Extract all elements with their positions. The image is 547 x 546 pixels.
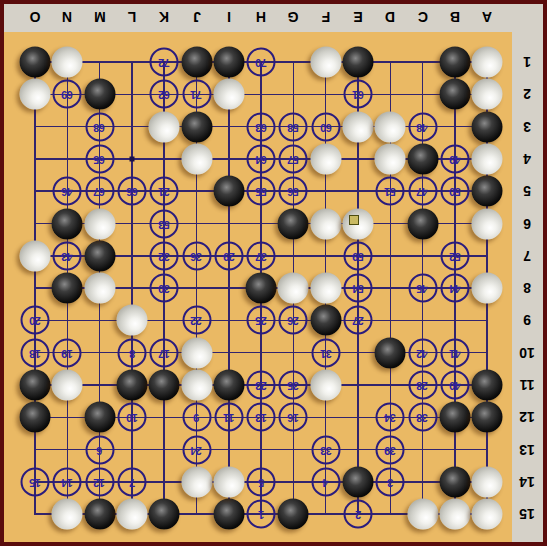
row-label-1: 1 xyxy=(523,54,531,70)
col-label-M: M xyxy=(94,9,106,25)
move-number: 11 xyxy=(223,412,234,423)
move-number: 15 xyxy=(29,476,40,487)
move-number: 22 xyxy=(191,315,202,326)
move-number: 43 xyxy=(62,250,73,261)
move-marker-63[interactable]: 63 xyxy=(247,112,276,141)
move-marker-36[interactable]: 36 xyxy=(182,241,211,270)
move-number: 23 xyxy=(255,380,266,391)
row-label-12: 12 xyxy=(519,409,535,425)
move-number: 66 xyxy=(126,186,137,197)
stone-black-G6[interactable] xyxy=(278,208,309,239)
move-number: 56 xyxy=(288,186,299,197)
stone-white-J11[interactable] xyxy=(181,370,212,401)
move-marker-37[interactable]: 37 xyxy=(247,241,276,270)
stone-white-F11[interactable] xyxy=(310,370,341,401)
move-marker-67[interactable]: 67 xyxy=(85,177,114,206)
move-number: 46 xyxy=(62,186,73,197)
move-marker-38[interactable]: 38 xyxy=(408,403,437,432)
move-number: 61 xyxy=(352,89,363,100)
stone-white-B15[interactable] xyxy=(439,499,470,530)
move-marker-47[interactable]: 47 xyxy=(408,177,437,206)
move-number: 4 xyxy=(323,476,329,487)
move-marker-5[interactable]: 5 xyxy=(247,467,276,496)
stone-black-B12[interactable] xyxy=(439,402,470,433)
move-marker-56[interactable]: 56 xyxy=(279,177,308,206)
move-marker-22[interactable]: 22 xyxy=(182,306,211,335)
move-number: 27 xyxy=(352,315,363,326)
move-marker-60[interactable]: 60 xyxy=(311,112,340,141)
move-marker-19[interactable]: 19 xyxy=(53,338,82,367)
move-number: 20 xyxy=(29,315,40,326)
stone-black-E1[interactable] xyxy=(343,47,374,78)
move-marker-33[interactable]: 33 xyxy=(311,435,340,464)
stone-black-B14[interactable] xyxy=(439,466,470,497)
move-marker-32[interactable]: 32 xyxy=(150,241,179,270)
move-marker-10[interactable]: 10 xyxy=(117,403,146,432)
stone-white-N15[interactable] xyxy=(52,499,83,530)
col-label-F: F xyxy=(321,9,330,25)
stone-white-O7[interactable] xyxy=(20,240,51,271)
move-number: 28 xyxy=(417,380,428,391)
move-number: 21 xyxy=(159,186,170,197)
stone-black-G15[interactable] xyxy=(278,499,309,530)
stone-black-J1[interactable] xyxy=(181,47,212,78)
stone-white-F6[interactable] xyxy=(310,208,341,239)
stone-black-B1[interactable] xyxy=(439,47,470,78)
stone-white-N11[interactable] xyxy=(52,370,83,401)
row-label-3: 3 xyxy=(523,119,531,135)
col-label-G: G xyxy=(288,9,299,25)
stone-white-F4[interactable] xyxy=(310,143,341,174)
col-label-L: L xyxy=(128,9,137,25)
move-number: 34 xyxy=(385,412,396,423)
stone-white-A14[interactable] xyxy=(472,466,503,497)
stone-white-G8[interactable] xyxy=(278,273,309,304)
row-label-5: 5 xyxy=(523,183,531,199)
move-number: 53 xyxy=(159,218,170,229)
stone-black-I1[interactable] xyxy=(213,47,244,78)
move-marker-51[interactable]: 51 xyxy=(376,177,405,206)
move-marker-16[interactable]: 16 xyxy=(279,403,308,432)
stone-black-C6[interactable] xyxy=(407,208,438,239)
move-number: 8 xyxy=(129,347,135,358)
stone-white-I14[interactable] xyxy=(213,466,244,497)
move-number: 17 xyxy=(159,347,170,358)
stone-black-A3[interactable] xyxy=(472,111,503,142)
stone-white-A2[interactable] xyxy=(472,79,503,110)
stone-white-A4[interactable] xyxy=(472,143,503,174)
move-number: 25 xyxy=(255,315,266,326)
move-marker-54[interactable]: 54 xyxy=(344,274,373,303)
move-number: 30 xyxy=(159,283,170,294)
move-marker-8[interactable]: 8 xyxy=(117,338,146,367)
stone-black-N8[interactable] xyxy=(52,273,83,304)
game-board[interactable]: 1234567891011121314151617181920212223242… xyxy=(4,32,512,542)
move-number: 26 xyxy=(288,315,299,326)
move-number: 39 xyxy=(385,444,396,455)
stone-white-L15[interactable] xyxy=(116,499,147,530)
move-marker-35[interactable]: 35 xyxy=(279,371,308,400)
move-number: 45 xyxy=(417,283,428,294)
move-marker-20[interactable]: 20 xyxy=(21,306,50,335)
move-number: 55 xyxy=(255,186,266,197)
move-marker-14[interactable]: 14 xyxy=(53,467,82,496)
move-number: 65 xyxy=(94,153,105,164)
row-label-6: 6 xyxy=(523,216,531,232)
move-marker-29[interactable]: 29 xyxy=(214,241,243,270)
stone-black-O12[interactable] xyxy=(20,402,51,433)
move-number: 68 xyxy=(94,121,105,132)
move-number: 31 xyxy=(320,347,331,358)
stone-black-L11[interactable] xyxy=(116,370,147,401)
stone-white-I2[interactable] xyxy=(213,79,244,110)
stone-white-J4[interactable] xyxy=(181,143,212,174)
move-number: 42 xyxy=(417,347,428,358)
stone-white-C15[interactable] xyxy=(407,499,438,530)
move-number: 59 xyxy=(352,250,363,261)
stone-white-F1[interactable] xyxy=(310,47,341,78)
move-marker-44[interactable]: 44 xyxy=(440,274,469,303)
move-number: 67 xyxy=(94,186,105,197)
move-number: 41 xyxy=(449,347,460,358)
move-number: 10 xyxy=(126,412,137,423)
move-number: 33 xyxy=(320,444,331,455)
move-number: 32 xyxy=(159,250,170,261)
move-marker-50[interactable]: 50 xyxy=(440,177,469,206)
stone-black-M2[interactable] xyxy=(84,79,115,110)
game-window: 1234567891011121314151617181920212223242… xyxy=(0,0,547,546)
move-marker-46[interactable]: 46 xyxy=(53,177,82,206)
move-marker-7[interactable]: 7 xyxy=(117,467,146,496)
stone-black-H8[interactable] xyxy=(246,273,277,304)
move-number: 16 xyxy=(288,412,299,423)
move-number: 51 xyxy=(385,186,396,197)
move-marker-52[interactable]: 52 xyxy=(440,241,469,270)
move-marker-64[interactable]: 64 xyxy=(247,144,276,173)
move-marker-65[interactable]: 65 xyxy=(85,144,114,173)
move-marker-23[interactable]: 23 xyxy=(247,371,276,400)
move-marker-2[interactable]: 2 xyxy=(344,500,373,529)
move-marker-18[interactable]: 18 xyxy=(21,338,50,367)
move-marker-49[interactable]: 49 xyxy=(440,144,469,173)
stone-white-A6[interactable] xyxy=(472,208,503,239)
stone-black-N6[interactable] xyxy=(52,208,83,239)
move-marker-66[interactable]: 66 xyxy=(117,177,146,206)
stone-white-M6[interactable] xyxy=(84,208,115,239)
stone-black-K11[interactable] xyxy=(149,370,180,401)
move-marker-48[interactable]: 48 xyxy=(408,112,437,141)
move-marker-24[interactable]: 24 xyxy=(182,435,211,464)
move-marker-12[interactable]: 12 xyxy=(85,467,114,496)
stone-white-A1[interactable] xyxy=(472,47,503,78)
stone-black-O1[interactable] xyxy=(20,47,51,78)
move-marker-27[interactable]: 27 xyxy=(344,306,373,335)
move-number: 49 xyxy=(449,153,460,164)
row-label-2: 2 xyxy=(523,86,531,102)
move-marker-40[interactable]: 40 xyxy=(440,371,469,400)
move-number: 54 xyxy=(352,283,363,294)
label-strip-background: 1234567891011121314151617181920212223242… xyxy=(4,4,543,542)
move-number: 38 xyxy=(417,412,428,423)
row-label-11: 11 xyxy=(520,377,535,393)
move-marker-21[interactable]: 21 xyxy=(150,177,179,206)
stone-white-F8[interactable] xyxy=(310,273,341,304)
move-marker-25[interactable]: 25 xyxy=(247,306,276,335)
stone-black-A5[interactable] xyxy=(472,176,503,207)
move-number: 62 xyxy=(159,89,170,100)
star-point xyxy=(129,156,134,161)
stone-black-E14[interactable] xyxy=(343,466,374,497)
stone-white-A8[interactable] xyxy=(472,273,503,304)
stone-black-K15[interactable] xyxy=(149,499,180,530)
stone-black-A12[interactable] xyxy=(472,402,503,433)
move-marker-15[interactable]: 15 xyxy=(21,467,50,496)
move-number: 1 xyxy=(258,509,264,520)
move-marker-42[interactable]: 42 xyxy=(408,338,437,367)
stone-white-L9[interactable] xyxy=(116,305,147,336)
col-label-C: C xyxy=(418,9,428,25)
row-label-7: 7 xyxy=(523,248,531,264)
move-marker-61[interactable]: 61 xyxy=(344,80,373,109)
move-marker-43[interactable]: 43 xyxy=(53,241,82,270)
stone-black-A11[interactable] xyxy=(472,370,503,401)
move-number: 29 xyxy=(223,250,234,261)
move-number: 58 xyxy=(288,121,299,132)
move-marker-9[interactable]: 9 xyxy=(182,403,211,432)
stone-black-M7[interactable] xyxy=(84,240,115,271)
move-number: 71 xyxy=(191,89,202,100)
move-number: 64 xyxy=(255,153,266,164)
move-number: 24 xyxy=(191,444,202,455)
move-number: 5 xyxy=(258,476,264,487)
move-number: 47 xyxy=(417,186,428,197)
col-label-O: O xyxy=(30,9,41,25)
stone-black-D10[interactable] xyxy=(375,337,406,368)
stone-white-J10[interactable] xyxy=(181,337,212,368)
move-marker-57[interactable]: 57 xyxy=(279,144,308,173)
move-marker-68[interactable]: 68 xyxy=(85,112,114,141)
move-marker-55[interactable]: 55 xyxy=(247,177,276,206)
move-number: 13 xyxy=(255,412,266,423)
move-marker-62[interactable]: 62 xyxy=(150,80,179,109)
col-label-K: K xyxy=(159,9,169,25)
stone-black-I5[interactable] xyxy=(213,176,244,207)
move-number: 7 xyxy=(129,476,135,487)
move-number: 60 xyxy=(320,121,331,132)
stone-black-M12[interactable] xyxy=(84,402,115,433)
move-marker-70[interactable]: 70 xyxy=(247,48,276,77)
stone-black-J3[interactable] xyxy=(181,111,212,142)
move-number: 12 xyxy=(94,476,105,487)
move-marker-28[interactable]: 28 xyxy=(408,371,437,400)
stone-black-F9[interactable] xyxy=(310,305,341,336)
move-number: 72 xyxy=(159,57,170,68)
last-move-square-marker xyxy=(349,215,359,225)
move-number: 52 xyxy=(449,250,460,261)
move-marker-45[interactable]: 45 xyxy=(408,274,437,303)
row-label-8: 8 xyxy=(523,280,531,296)
move-marker-1[interactable]: 1 xyxy=(247,500,276,529)
row-label-15: 15 xyxy=(519,506,535,522)
move-number: 19 xyxy=(62,347,73,358)
move-marker-39[interactable]: 39 xyxy=(376,435,405,464)
move-number: 69 xyxy=(62,89,73,100)
col-label-I: I xyxy=(227,9,231,25)
col-label-A: A xyxy=(482,9,492,25)
col-label-D: D xyxy=(385,9,395,25)
move-marker-59[interactable]: 59 xyxy=(344,241,373,270)
col-label-N: N xyxy=(62,9,72,25)
stone-black-I15[interactable] xyxy=(213,499,244,530)
stone-white-D4[interactable] xyxy=(375,143,406,174)
move-marker-53[interactable]: 53 xyxy=(150,209,179,238)
move-number: 70 xyxy=(255,57,266,68)
move-marker-72[interactable]: 72 xyxy=(150,48,179,77)
move-marker-11[interactable]: 11 xyxy=(214,403,243,432)
move-marker-69[interactable]: 69 xyxy=(53,80,82,109)
move-number: 3 xyxy=(387,476,393,487)
move-marker-30[interactable]: 30 xyxy=(150,274,179,303)
move-marker-58[interactable]: 58 xyxy=(279,112,308,141)
move-number: 18 xyxy=(29,347,40,358)
row-label-14: 14 xyxy=(519,474,535,490)
move-marker-34[interactable]: 34 xyxy=(376,403,405,432)
move-marker-17[interactable]: 17 xyxy=(150,338,179,367)
move-number: 2 xyxy=(355,509,361,520)
stone-white-A15[interactable] xyxy=(472,499,503,530)
stone-white-D3[interactable] xyxy=(375,111,406,142)
move-marker-41[interactable]: 41 xyxy=(440,338,469,367)
row-label-4: 4 xyxy=(523,151,531,167)
move-number: 36 xyxy=(191,250,202,261)
move-number: 6 xyxy=(97,444,103,455)
move-marker-26[interactable]: 26 xyxy=(279,306,308,335)
row-label-9: 9 xyxy=(523,312,531,328)
stone-black-O11[interactable] xyxy=(20,370,51,401)
move-number: 50 xyxy=(449,186,460,197)
stone-black-B2[interactable] xyxy=(439,79,470,110)
move-number: 35 xyxy=(288,380,299,391)
row-label-13: 13 xyxy=(519,442,535,458)
move-marker-4[interactable]: 4 xyxy=(311,467,340,496)
move-marker-13[interactable]: 13 xyxy=(247,403,276,432)
stone-white-N1[interactable] xyxy=(52,47,83,78)
move-marker-71[interactable]: 71 xyxy=(182,80,211,109)
stone-black-I11[interactable] xyxy=(213,370,244,401)
stone-black-C4[interactable] xyxy=(407,143,438,174)
stone-white-O2[interactable] xyxy=(20,79,51,110)
move-number: 63 xyxy=(255,121,266,132)
col-label-E: E xyxy=(353,9,362,25)
stone-white-J14[interactable] xyxy=(181,466,212,497)
move-number: 9 xyxy=(194,412,200,423)
move-number: 40 xyxy=(449,380,460,391)
move-number: 48 xyxy=(417,121,428,132)
move-marker-31[interactable]: 31 xyxy=(311,338,340,367)
col-label-H: H xyxy=(256,9,266,25)
move-number: 14 xyxy=(62,476,73,487)
stone-white-K3[interactable] xyxy=(149,111,180,142)
col-label-J: J xyxy=(193,9,201,25)
stone-white-E3[interactable] xyxy=(343,111,374,142)
move-number: 37 xyxy=(255,250,266,261)
move-marker-3[interactable]: 3 xyxy=(376,467,405,496)
move-number: 57 xyxy=(288,153,299,164)
col-label-B: B xyxy=(450,9,460,25)
stone-black-M15[interactable] xyxy=(84,499,115,530)
stone-white-M8[interactable] xyxy=(84,273,115,304)
row-label-10: 10 xyxy=(519,345,535,361)
move-marker-6[interactable]: 6 xyxy=(85,435,114,464)
move-number: 44 xyxy=(449,283,460,294)
